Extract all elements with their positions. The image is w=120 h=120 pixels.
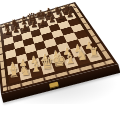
piece-black-pawn-d7[interactable]: ♟ (30, 20, 38, 29)
piece-black-pawn-a7[interactable]: ♟ (4, 28, 12, 37)
piece-black-pawn-f7[interactable]: ♟ (48, 15, 56, 24)
piece-black-pawn-b7[interactable]: ♟ (12, 26, 20, 35)
pieces-layer: ♜♞♝♛♚♝♞♜♟♟♟♟♟♟♟♟♟♟♟♟♟♟♟♟♜♞♝♛♚♝♞♜ (0, 0, 120, 120)
piece-white-knight-g1[interactable]: ♞ (75, 48, 89, 63)
piece-black-pawn-c7[interactable]: ♟ (21, 23, 29, 32)
piece-white-rook-h1[interactable]: ♜ (88, 46, 100, 60)
piece-black-pawn-g7[interactable]: ♟ (57, 12, 65, 21)
chess-set-photo: ♜♞♝♛♚♝♞♜♟♟♟♟♟♟♟♟♟♟♟♟♟♟♟♟♜♞♝♛♚♝♞♜ (0, 0, 120, 120)
piece-black-pawn-h7[interactable]: ♟ (66, 10, 74, 19)
piece-black-pawn-e7[interactable]: ♟ (39, 18, 47, 27)
